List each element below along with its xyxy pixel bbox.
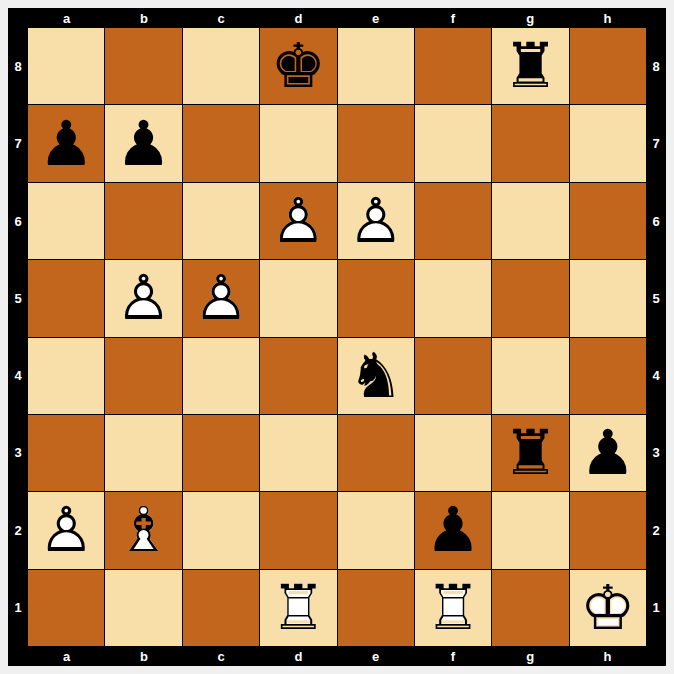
square-g3[interactable]: ♜ bbox=[492, 415, 568, 491]
file-label-b-top: b bbox=[105, 8, 182, 28]
black-knight-glyph: ♞ bbox=[348, 345, 404, 407]
piece-white-pawn[interactable]: ♟♙ bbox=[348, 190, 404, 252]
piece-black-pawn[interactable]: ♟ bbox=[580, 422, 636, 484]
square-a2[interactable]: ♟♙ bbox=[28, 492, 104, 568]
square-h3[interactable]: ♟ bbox=[570, 415, 646, 491]
piece-black-pawn[interactable]: ♟ bbox=[116, 113, 172, 175]
square-a1[interactable] bbox=[28, 570, 104, 646]
square-h8[interactable] bbox=[570, 28, 646, 104]
rank-label-3-right: 3 bbox=[646, 414, 666, 491]
square-a7[interactable]: ♟ bbox=[28, 105, 104, 181]
square-g2[interactable] bbox=[492, 492, 568, 568]
square-e2[interactable] bbox=[338, 492, 414, 568]
rank-label-4-right: 4 bbox=[646, 337, 666, 414]
square-d3[interactable] bbox=[260, 415, 336, 491]
file-label-d-top: d bbox=[260, 8, 337, 28]
square-h1[interactable]: ♚♔ bbox=[570, 570, 646, 646]
white-pawn-outline-glyph: ♙ bbox=[193, 267, 249, 329]
piece-white-pawn[interactable]: ♟♙ bbox=[116, 267, 172, 329]
white-king-outline-glyph: ♔ bbox=[580, 577, 636, 639]
square-c8[interactable] bbox=[183, 28, 259, 104]
square-a5[interactable] bbox=[28, 260, 104, 336]
black-pawn-glyph: ♟ bbox=[580, 422, 636, 484]
square-g4[interactable] bbox=[492, 338, 568, 414]
square-g1[interactable] bbox=[492, 570, 568, 646]
square-d6[interactable]: ♟♙ bbox=[260, 183, 336, 259]
white-pawn-outline-glyph: ♙ bbox=[116, 267, 172, 329]
square-f4[interactable] bbox=[415, 338, 491, 414]
square-d7[interactable] bbox=[260, 105, 336, 181]
square-e7[interactable] bbox=[338, 105, 414, 181]
piece-white-pawn[interactable]: ♟♙ bbox=[271, 190, 327, 252]
rank-label-7-left: 7 bbox=[8, 105, 28, 182]
piece-black-rook[interactable]: ♜ bbox=[503, 422, 559, 484]
file-label-a-bottom: a bbox=[28, 646, 105, 666]
file-label-c-top: c bbox=[183, 8, 260, 28]
square-f5[interactable] bbox=[415, 260, 491, 336]
square-g6[interactable] bbox=[492, 183, 568, 259]
square-f1[interactable]: ♜♖ bbox=[415, 570, 491, 646]
rank-label-5-left: 5 bbox=[8, 260, 28, 337]
chess-board-frame: abcdefgh 87654321 ♚♜♟♟♟♙♟♙♟♙♟♙♞♜♟♟♙♝♗♟♜♖… bbox=[8, 8, 666, 666]
file-label-a-top: a bbox=[28, 8, 105, 28]
piece-white-rook[interactable]: ♜♖ bbox=[271, 577, 327, 639]
piece-white-rook[interactable]: ♜♖ bbox=[425, 577, 481, 639]
square-e4[interactable]: ♞ bbox=[338, 338, 414, 414]
chess-board: ♚♜♟♟♟♙♟♙♟♙♟♙♞♜♟♟♙♝♗♟♜♖♜♖♚♔ bbox=[28, 28, 646, 646]
rank-label-8-left: 8 bbox=[8, 28, 28, 105]
white-bishop-outline-glyph: ♗ bbox=[116, 499, 172, 561]
square-e3[interactable] bbox=[338, 415, 414, 491]
square-c3[interactable] bbox=[183, 415, 259, 491]
square-b3[interactable] bbox=[105, 415, 181, 491]
rank-label-6-right: 6 bbox=[646, 183, 666, 260]
rank-labels-right: 87654321 bbox=[646, 28, 666, 646]
rank-label-1-left: 1 bbox=[8, 569, 28, 646]
file-labels-bottom: abcdefgh bbox=[28, 646, 646, 666]
square-h4[interactable] bbox=[570, 338, 646, 414]
piece-white-bishop[interactable]: ♝♗ bbox=[116, 499, 172, 561]
square-a3[interactable] bbox=[28, 415, 104, 491]
file-label-g-top: g bbox=[492, 8, 569, 28]
black-pawn-glyph: ♟ bbox=[38, 113, 94, 175]
file-label-c-bottom: c bbox=[183, 646, 260, 666]
square-b2[interactable]: ♝♗ bbox=[105, 492, 181, 568]
square-f7[interactable] bbox=[415, 105, 491, 181]
square-f2[interactable]: ♟ bbox=[415, 492, 491, 568]
rank-label-1-right: 1 bbox=[646, 569, 666, 646]
file-label-f-top: f bbox=[414, 8, 491, 28]
white-rook-outline-glyph: ♖ bbox=[425, 577, 481, 639]
rank-label-6-left: 6 bbox=[8, 183, 28, 260]
square-d8[interactable]: ♚ bbox=[260, 28, 336, 104]
square-a8[interactable] bbox=[28, 28, 104, 104]
square-c6[interactable] bbox=[183, 183, 259, 259]
square-d5[interactable] bbox=[260, 260, 336, 336]
square-d4[interactable] bbox=[260, 338, 336, 414]
white-rook-outline-glyph: ♖ bbox=[271, 577, 327, 639]
file-label-h-top: h bbox=[569, 8, 646, 28]
square-b5[interactable]: ♟♙ bbox=[105, 260, 181, 336]
black-king-glyph: ♚ bbox=[271, 35, 327, 97]
piece-black-rook[interactable]: ♜ bbox=[503, 35, 559, 97]
piece-white-king[interactable]: ♚♔ bbox=[580, 577, 636, 639]
square-d1[interactable]: ♜♖ bbox=[260, 570, 336, 646]
piece-black-pawn[interactable]: ♟ bbox=[38, 113, 94, 175]
square-b7[interactable]: ♟ bbox=[105, 105, 181, 181]
file-label-e-bottom: e bbox=[337, 646, 414, 666]
black-pawn-glyph: ♟ bbox=[116, 113, 172, 175]
square-b1[interactable] bbox=[105, 570, 181, 646]
white-pawn-outline-glyph: ♙ bbox=[271, 190, 327, 252]
file-label-e-top: e bbox=[337, 8, 414, 28]
square-c1[interactable] bbox=[183, 570, 259, 646]
rank-label-8-right: 8 bbox=[646, 28, 666, 105]
square-h7[interactable] bbox=[570, 105, 646, 181]
square-e8[interactable] bbox=[338, 28, 414, 104]
file-label-b-bottom: b bbox=[105, 646, 182, 666]
square-b6[interactable] bbox=[105, 183, 181, 259]
file-label-d-bottom: d bbox=[260, 646, 337, 666]
rank-label-5-right: 5 bbox=[646, 260, 666, 337]
piece-white-pawn[interactable]: ♟♙ bbox=[193, 267, 249, 329]
square-f8[interactable] bbox=[415, 28, 491, 104]
file-label-h-bottom: h bbox=[569, 646, 646, 666]
square-h2[interactable] bbox=[570, 492, 646, 568]
square-h6[interactable] bbox=[570, 183, 646, 259]
square-g8[interactable]: ♜ bbox=[492, 28, 568, 104]
square-c7[interactable] bbox=[183, 105, 259, 181]
page: abcdefgh 87654321 ♚♜♟♟♟♙♟♙♟♙♟♙♞♜♟♟♙♝♗♟♜♖… bbox=[0, 0, 674, 674]
black-pawn-glyph: ♟ bbox=[425, 499, 481, 561]
square-e1[interactable] bbox=[338, 570, 414, 646]
piece-black-knight[interactable]: ♞ bbox=[348, 345, 404, 407]
file-label-g-bottom: g bbox=[492, 646, 569, 666]
square-f6[interactable] bbox=[415, 183, 491, 259]
black-rook-glyph: ♜ bbox=[503, 35, 559, 97]
square-h5[interactable] bbox=[570, 260, 646, 336]
rank-label-2-left: 2 bbox=[8, 492, 28, 569]
white-pawn-outline-glyph: ♙ bbox=[348, 190, 404, 252]
white-pawn-outline-glyph: ♙ bbox=[38, 499, 94, 561]
square-c4[interactable] bbox=[183, 338, 259, 414]
square-b8[interactable] bbox=[105, 28, 181, 104]
square-a4[interactable] bbox=[28, 338, 104, 414]
file-label-f-bottom: f bbox=[414, 646, 491, 666]
square-e6[interactable]: ♟♙ bbox=[338, 183, 414, 259]
black-rook-glyph: ♜ bbox=[503, 422, 559, 484]
square-a6[interactable] bbox=[28, 183, 104, 259]
rank-label-7-right: 7 bbox=[646, 105, 666, 182]
square-c2[interactable] bbox=[183, 492, 259, 568]
square-d2[interactable] bbox=[260, 492, 336, 568]
piece-black-pawn[interactable]: ♟ bbox=[425, 499, 481, 561]
rank-label-4-left: 4 bbox=[8, 337, 28, 414]
square-b4[interactable] bbox=[105, 338, 181, 414]
square-c5[interactable]: ♟♙ bbox=[183, 260, 259, 336]
file-labels-top: abcdefgh bbox=[28, 8, 646, 28]
square-g7[interactable] bbox=[492, 105, 568, 181]
square-g5[interactable] bbox=[492, 260, 568, 336]
square-f3[interactable] bbox=[415, 415, 491, 491]
rank-label-2-right: 2 bbox=[646, 492, 666, 569]
square-e5[interactable] bbox=[338, 260, 414, 336]
piece-white-pawn[interactable]: ♟♙ bbox=[38, 499, 94, 561]
rank-labels-left: 87654321 bbox=[8, 28, 28, 646]
piece-black-king[interactable]: ♚ bbox=[271, 35, 327, 97]
rank-label-3-left: 3 bbox=[8, 414, 28, 491]
